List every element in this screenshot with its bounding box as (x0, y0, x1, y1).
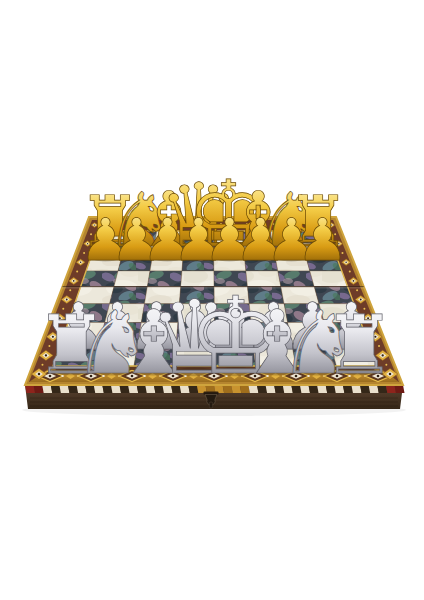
chess-board-photo: ♜♞♝♛♚♝♞♜♟♟♟♟♟♟♟♟♟♟♟♟♟♟♟♟♜♞♝♛♚♝♞♜ (0, 0, 424, 600)
product-photo-background: ♜♞♝♛♚♝♞♜♟♟♟♟♟♟♟♟♟♟♟♟♟♟♟♟♜♞♝♛♚♝♞♜ (0, 0, 424, 600)
piece-gold-pawn-h7: ♟ (296, 206, 348, 274)
chess-set-svg: ♜♞♝♛♚♝♞♜♟♟♟♟♟♟♟♟♟♟♟♟♟♟♟♟♜♞♝♛♚♝♞♜ (0, 0, 424, 600)
piece-silver-rook-h1: ♜ (323, 298, 396, 392)
